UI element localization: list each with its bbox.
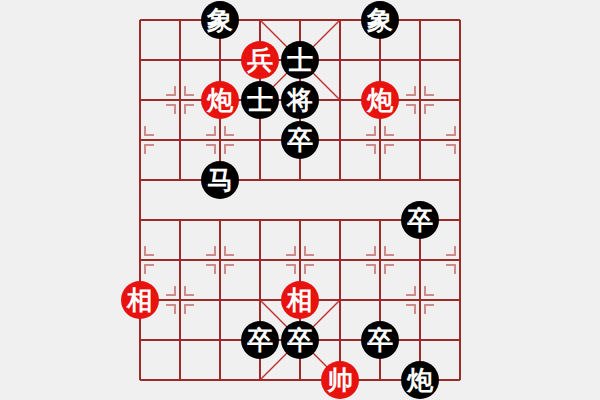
xiangqi-app: 象象兵士炮士将炮卒马卒相相卒卒卒帅炮 (0, 0, 600, 400)
piece-black-advisor[interactable]: 士 (281, 41, 319, 79)
piece-red-soldier[interactable]: 兵 (241, 41, 279, 79)
piece-black-soldier[interactable]: 卒 (281, 321, 319, 359)
piece-black-soldier[interactable]: 卒 (401, 201, 439, 239)
piece-black-elephant[interactable]: 象 (361, 1, 399, 39)
piece-black-soldier[interactable]: 卒 (281, 121, 319, 159)
piece-red-elephant[interactable]: 相 (121, 281, 159, 319)
piece-red-cannon[interactable]: 炮 (361, 81, 399, 119)
piece-black-soldier[interactable]: 卒 (241, 321, 279, 359)
piece-black-advisor[interactable]: 士 (241, 81, 279, 119)
piece-red-elephant[interactable]: 相 (281, 281, 319, 319)
piece-black-horse[interactable]: 马 (201, 161, 239, 199)
piece-black-cannon[interactable]: 炮 (401, 361, 439, 399)
piece-red-cannon[interactable]: 炮 (201, 81, 239, 119)
pieces-grid: 象象兵士炮士将炮卒马卒相相卒卒卒帅炮 (120, 0, 480, 400)
piece-red-general[interactable]: 帅 (321, 361, 359, 399)
piece-black-general[interactable]: 将 (281, 81, 319, 119)
piece-black-soldier[interactable]: 卒 (361, 321, 399, 359)
piece-black-elephant[interactable]: 象 (201, 1, 239, 39)
